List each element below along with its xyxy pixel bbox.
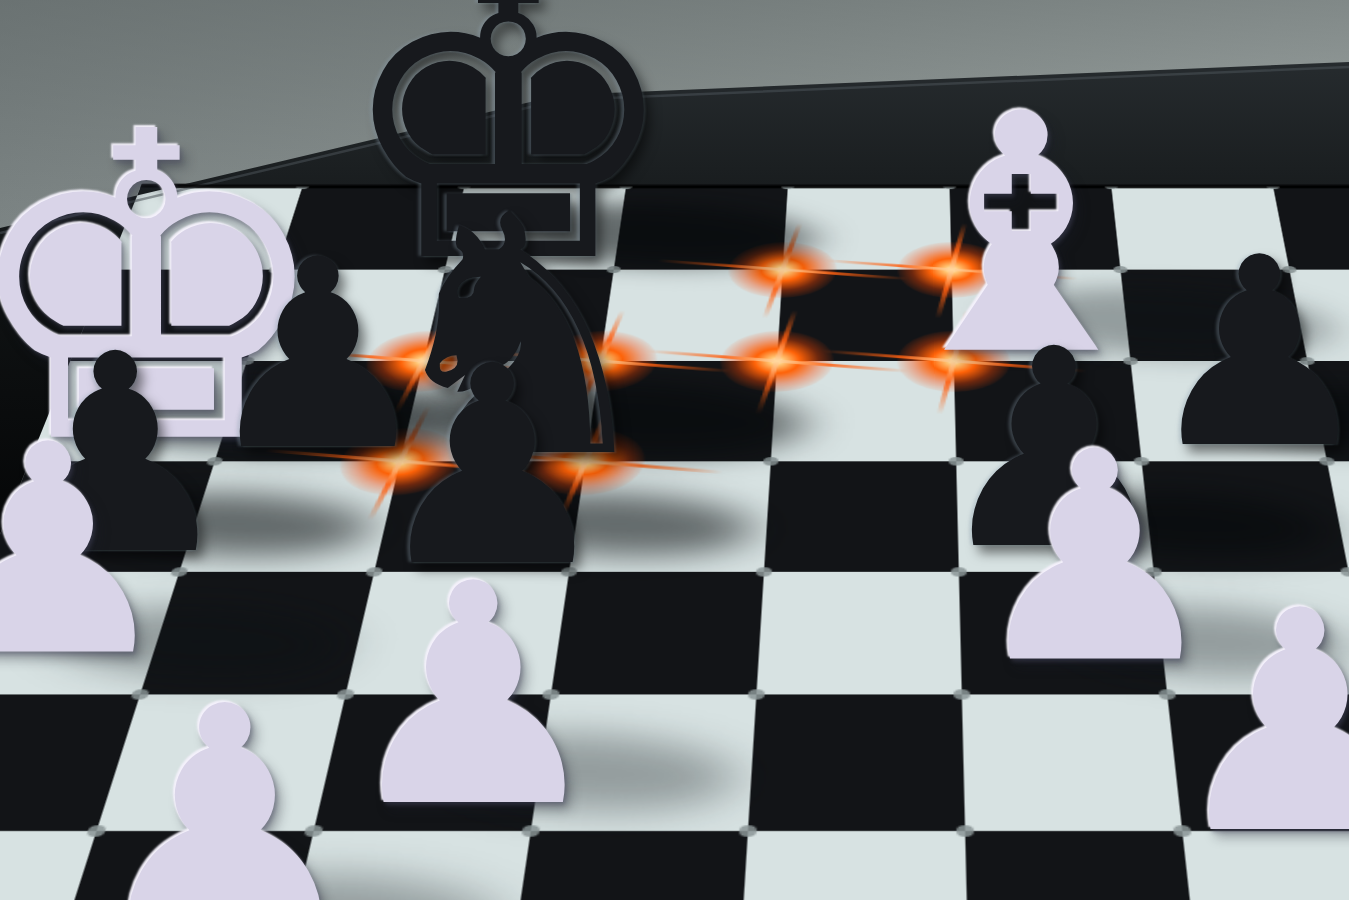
square-corner-dot [1266,183,1280,189]
photo-stage: ♚♝♚♟♞♟♟♟♟♟♟♟♟♟ [0,0,1349,900]
square-e3[interactable] [748,694,965,831]
square-e2[interactable] [738,831,968,900]
piece-white-pawn[interactable]: ♟ [337,544,610,849]
piece-white-pawn[interactable]: ♟ [80,665,370,900]
piece-white-pawn[interactable]: ♟ [1164,571,1349,876]
square-corner-dot [956,825,974,837]
square-e5[interactable] [764,461,959,572]
